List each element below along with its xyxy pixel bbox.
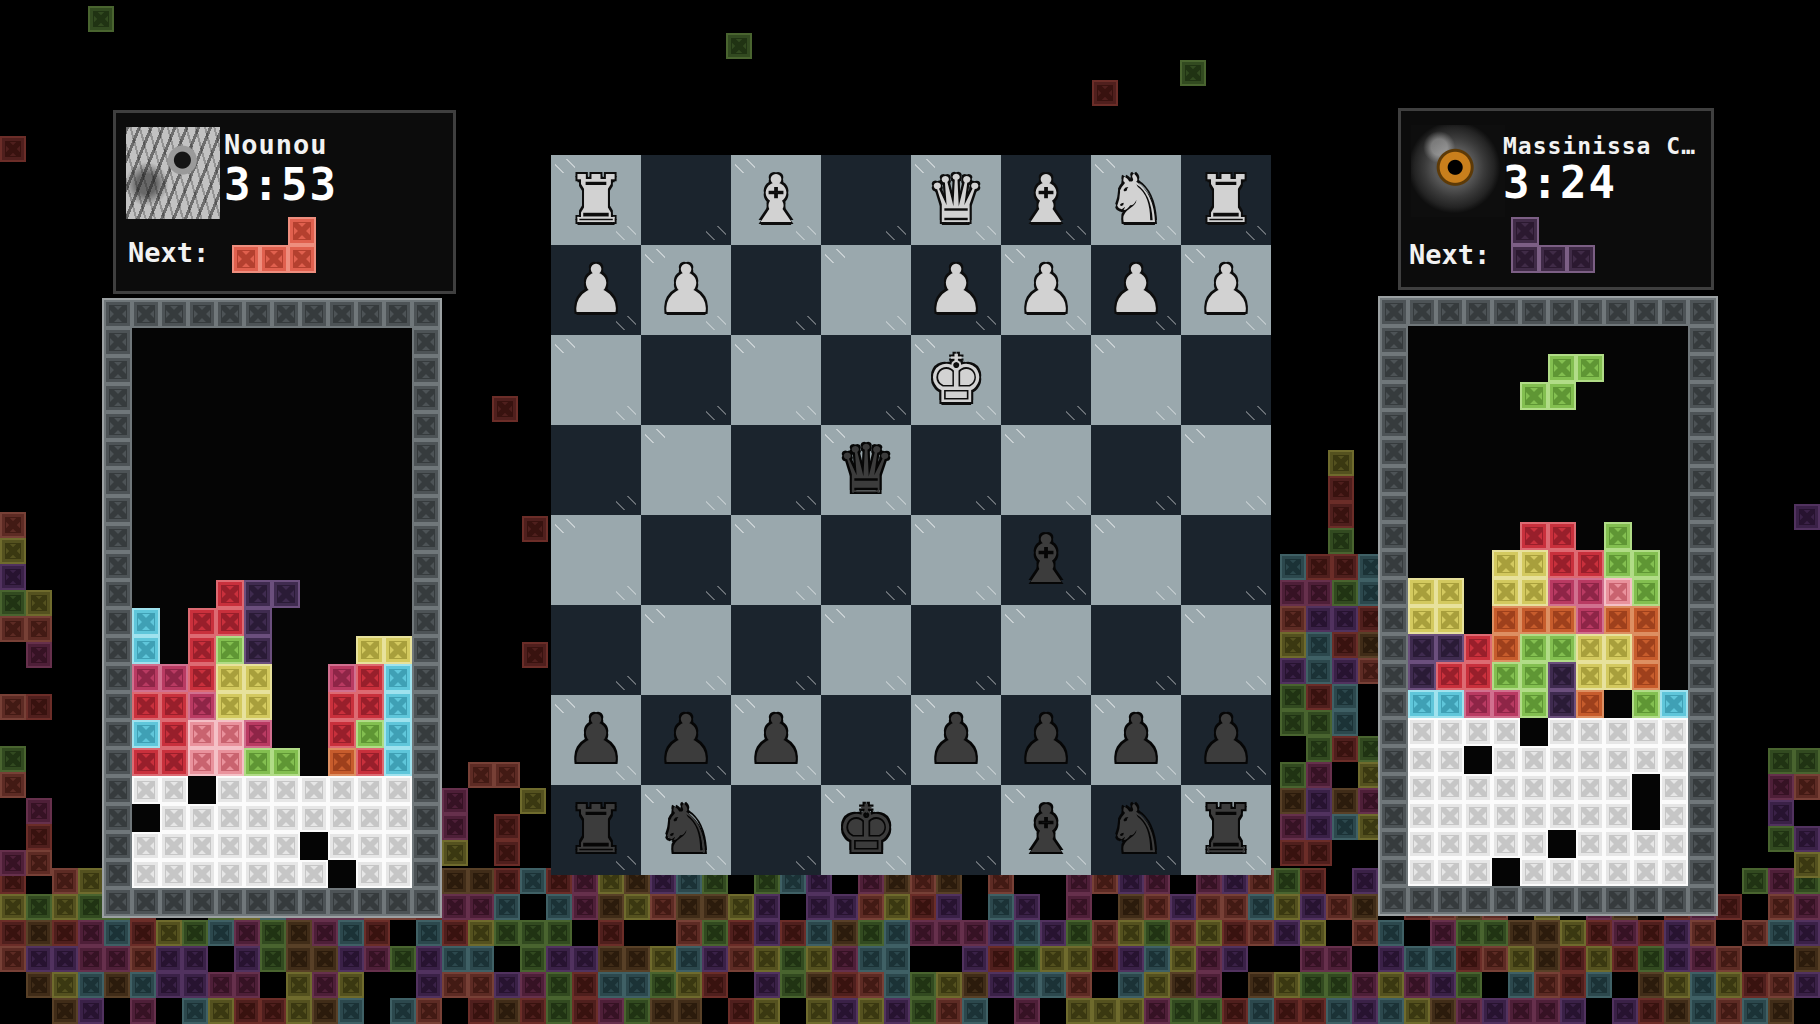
- debris-block: [806, 946, 832, 972]
- debris-block: [1332, 788, 1358, 814]
- tetris-block: [1436, 634, 1464, 662]
- chess-square[interactable]: [1091, 605, 1181, 695]
- chess-square[interactable]: ♟: [1001, 245, 1091, 335]
- chess-square[interactable]: [1181, 425, 1271, 515]
- tetris-block: [1576, 774, 1604, 802]
- tetris-block: [1604, 662, 1632, 690]
- chess-square[interactable]: [551, 425, 641, 515]
- field-border-block: [1380, 634, 1408, 662]
- chess-piece-white-r[interactable]: ♜: [551, 155, 641, 245]
- tetris-block: [1408, 830, 1436, 858]
- chess-square[interactable]: [731, 515, 821, 605]
- chess-piece-white-p[interactable]: ♟: [551, 245, 641, 335]
- debris-block: [1066, 920, 1092, 946]
- chess-piece-black-b[interactable]: ♝: [1001, 515, 1091, 605]
- debris-block: [1144, 894, 1170, 920]
- debris-block: [364, 920, 390, 946]
- tetris-block: [1464, 634, 1492, 662]
- field-border-block: [412, 608, 440, 636]
- tetris-block: [132, 748, 160, 776]
- chess-square[interactable]: [821, 515, 911, 605]
- chess-piece-black-p[interactable]: ♟: [1091, 695, 1181, 785]
- tetris-block: [356, 664, 384, 692]
- debris-block: [676, 920, 702, 946]
- chess-piece-white-n[interactable]: ♞: [1091, 155, 1181, 245]
- debris-block: [754, 972, 780, 998]
- debris-block: [598, 946, 624, 972]
- tetris-block: [216, 580, 244, 608]
- tetris-block: [1604, 830, 1632, 858]
- chess-square[interactable]: ♜: [551, 155, 641, 245]
- field-border-block: [1408, 298, 1436, 326]
- chess-square[interactable]: ♜: [1181, 785, 1271, 875]
- debris-block: [520, 788, 546, 814]
- debris-block: [1508, 946, 1534, 972]
- field-border-block: [1688, 354, 1716, 382]
- tetris-block: [160, 664, 188, 692]
- debris-block: [1300, 946, 1326, 972]
- chess-square[interactable]: ♜: [551, 785, 641, 875]
- debris-block: [468, 762, 494, 788]
- chess-square[interactable]: [641, 425, 731, 515]
- debris-block: [1690, 972, 1716, 998]
- field-border-block: [1688, 550, 1716, 578]
- chess-square[interactable]: ♛: [911, 155, 1001, 245]
- debris-block: [78, 894, 104, 920]
- chess-square[interactable]: ♟: [1181, 695, 1271, 785]
- tetris-block: [1604, 802, 1632, 830]
- tetris-block: [1520, 606, 1548, 634]
- debris-block: [1196, 972, 1222, 998]
- debris-block: [130, 946, 156, 972]
- next-piece-block: [232, 245, 260, 273]
- debris-block: [546, 894, 572, 920]
- next-piece-block: [1511, 245, 1539, 273]
- debris-block: [312, 972, 338, 998]
- chess-piece-black-q[interactable]: ♛: [821, 425, 911, 515]
- chess-square[interactable]: [1091, 335, 1181, 425]
- debris-block: [234, 920, 260, 946]
- tetris-block: [300, 804, 328, 832]
- field-border-block: [244, 300, 272, 328]
- chess-square[interactable]: [911, 785, 1001, 875]
- chess-piece-black-b[interactable]: ♝: [1001, 785, 1091, 875]
- field-border-block: [1464, 298, 1492, 326]
- debris-block: [1430, 972, 1456, 998]
- debris-block: [78, 920, 104, 946]
- falling-piece-block: [1548, 354, 1576, 382]
- debris-block: [1664, 998, 1690, 1024]
- chess-square[interactable]: [821, 605, 911, 695]
- field-border-block: [328, 300, 356, 328]
- debris-block: [0, 616, 26, 642]
- field-border-block: [1380, 578, 1408, 606]
- tetris-block: [1604, 746, 1632, 774]
- chess-square[interactable]: [731, 245, 821, 335]
- next-piece-block: [1511, 217, 1539, 245]
- debris-block: [780, 920, 806, 946]
- chess-square[interactable]: ♝: [1001, 515, 1091, 605]
- debris-block: [442, 788, 468, 814]
- field-border-block: [272, 300, 300, 328]
- chess-square[interactable]: ♟: [911, 695, 1001, 785]
- chess-piece-black-r[interactable]: ♜: [1181, 785, 1271, 875]
- debris-block: [1306, 814, 1332, 840]
- debris-block: [1664, 920, 1690, 946]
- field-border-block: [412, 832, 440, 860]
- debris-block: [1332, 632, 1358, 658]
- debris-block: [78, 998, 104, 1024]
- debris-block: [962, 920, 988, 946]
- chess-square[interactable]: ♟: [731, 695, 821, 785]
- chess-piece-white-p[interactable]: ♟: [641, 245, 731, 335]
- tetris-field-left[interactable]: [104, 300, 440, 916]
- tetris-field-right[interactable]: [1380, 298, 1716, 914]
- chess-piece-white-b[interactable]: ♝: [1001, 155, 1091, 245]
- chess-square[interactable]: ♞: [1091, 155, 1181, 245]
- debris-block: [1170, 894, 1196, 920]
- tetris-block: [1604, 634, 1632, 662]
- tetris-block: [160, 832, 188, 860]
- tetris-block: [132, 692, 160, 720]
- debris-block: [104, 972, 130, 998]
- tetris-block: [1548, 858, 1576, 886]
- tetris-block: [356, 720, 384, 748]
- chess-square[interactable]: [731, 335, 821, 425]
- chess-square[interactable]: [551, 335, 641, 425]
- chess-square[interactable]: [911, 425, 1001, 515]
- debris-block: [1404, 946, 1430, 972]
- debris-block: [1378, 972, 1404, 998]
- field-border-block: [132, 888, 160, 916]
- tetris-block: [1492, 830, 1520, 858]
- chess-piece-black-p[interactable]: ♟: [1001, 695, 1091, 785]
- debris-block: [676, 972, 702, 998]
- tetris-block: [1436, 774, 1464, 802]
- field-border-block: [300, 888, 328, 916]
- tetris-block: [1464, 690, 1492, 718]
- chess-square[interactable]: ♞: [641, 785, 731, 875]
- debris-block: [1768, 972, 1794, 998]
- chess-square[interactable]: ♟: [641, 245, 731, 335]
- debris-block: [468, 920, 494, 946]
- debris-block: [1768, 998, 1794, 1024]
- debris-block: [52, 972, 78, 998]
- debris-block: [988, 946, 1014, 972]
- chess-square[interactable]: ♚: [911, 335, 1001, 425]
- field-border-block: [1436, 886, 1464, 914]
- tetris-block: [1520, 522, 1548, 550]
- chess-square[interactable]: ♞: [1091, 785, 1181, 875]
- debris-block: [1586, 972, 1612, 998]
- debris-block: [26, 920, 52, 946]
- debris-block: [26, 824, 52, 850]
- chess-square[interactable]: ♝: [1001, 785, 1091, 875]
- chess-piece-white-p[interactable]: ♟: [1181, 245, 1271, 335]
- tetris-block: [1436, 578, 1464, 606]
- tetris-block: [1492, 550, 1520, 578]
- chess-square[interactable]: ♟: [1181, 245, 1271, 335]
- debris-block: [522, 642, 548, 668]
- debris-block: [494, 814, 520, 840]
- field-border-block: [104, 440, 132, 468]
- debris-block: [806, 894, 832, 920]
- chess-square[interactable]: [1091, 515, 1181, 605]
- debris-block: [1482, 920, 1508, 946]
- debris-block: [1300, 868, 1326, 894]
- debris-block: [936, 920, 962, 946]
- chess-square[interactable]: [551, 605, 641, 695]
- chess-square[interactable]: ♛: [821, 425, 911, 515]
- debris-block: [1560, 946, 1586, 972]
- debris-block: [1716, 998, 1742, 1024]
- debris-block: [0, 772, 26, 798]
- debris-block: [1328, 502, 1354, 528]
- debris-block: [494, 868, 520, 894]
- field-border-block: [412, 776, 440, 804]
- debris-block: [910, 998, 936, 1024]
- field-border-block: [104, 636, 132, 664]
- field-border-block: [104, 832, 132, 860]
- tetris-block: [1604, 522, 1632, 550]
- chess-square[interactable]: ♟: [1091, 245, 1181, 335]
- debris-block: [1092, 80, 1118, 106]
- field-border-block: [300, 300, 328, 328]
- chess-square[interactable]: ♟: [641, 695, 731, 785]
- debris-block: [884, 946, 910, 972]
- chess-square[interactable]: [1181, 515, 1271, 605]
- chess-square[interactable]: [641, 155, 731, 245]
- chess-piece-black-p[interactable]: ♟: [641, 695, 731, 785]
- debris-block: [1014, 920, 1040, 946]
- debris-block: [0, 894, 26, 920]
- field-border-block: [216, 300, 244, 328]
- tetris-block: [1604, 718, 1632, 746]
- debris-block: [0, 564, 26, 590]
- debris-block: [1332, 554, 1358, 580]
- debris-block: [520, 868, 546, 894]
- chess-square[interactable]: ♚: [821, 785, 911, 875]
- chess-square[interactable]: [821, 695, 911, 785]
- debris-block: [1280, 632, 1306, 658]
- debris-block: [182, 998, 208, 1024]
- tetris-block: [188, 664, 216, 692]
- debris-block: [1280, 814, 1306, 840]
- tetris-block: [1520, 802, 1548, 830]
- field-border-block: [412, 664, 440, 692]
- debris-block: [1612, 920, 1638, 946]
- tetris-block: [1604, 858, 1632, 886]
- field-border-block: [1604, 886, 1632, 914]
- debris-block: [1170, 920, 1196, 946]
- tetris-block: [244, 580, 272, 608]
- tetris-block: [1436, 830, 1464, 858]
- tetris-block: [1408, 690, 1436, 718]
- debris-block: [1716, 972, 1742, 998]
- field-border-block: [104, 552, 132, 580]
- chess-square[interactable]: ♟: [911, 245, 1001, 335]
- chess-square[interactable]: ♟: [551, 695, 641, 785]
- tetris-block: [244, 832, 272, 860]
- debris-block: [650, 972, 676, 998]
- debris-block: [1306, 580, 1332, 606]
- chess-square[interactable]: [911, 515, 1001, 605]
- tetris-block: [1576, 550, 1604, 578]
- chess-board[interactable]: ♜♝♛♝♞♜♟♟♟♟♟♟♚♛♝♟♟♟♟♟♟♟♜♞♚♝♞♜: [551, 155, 1271, 875]
- tetris-block: [1576, 830, 1604, 858]
- field-border-block: [412, 692, 440, 720]
- chess-piece-black-p[interactable]: ♟: [1181, 695, 1271, 785]
- chess-square[interactable]: [731, 605, 821, 695]
- chess-square[interactable]: ♟: [1091, 695, 1181, 785]
- debris-block: [910, 920, 936, 946]
- debris-block: [1534, 972, 1560, 998]
- chess-square[interactable]: [1001, 425, 1091, 515]
- field-border-block: [356, 300, 384, 328]
- field-border-block: [1688, 606, 1716, 634]
- debris-block: [1118, 972, 1144, 998]
- chess-square[interactable]: [821, 245, 911, 335]
- chess-square[interactable]: ♜: [1181, 155, 1271, 245]
- chess-square[interactable]: ♝: [1001, 155, 1091, 245]
- debris-block: [702, 946, 728, 972]
- debris-block: [1378, 920, 1404, 946]
- chess-piece-white-p[interactable]: ♟: [1091, 245, 1181, 335]
- chess-piece-black-p[interactable]: ♟: [911, 695, 1001, 785]
- chess-square[interactable]: [821, 335, 911, 425]
- field-border-block: [188, 888, 216, 916]
- debris-block: [468, 868, 494, 894]
- debris-block: [884, 894, 910, 920]
- field-border-block: [1688, 746, 1716, 774]
- tetris-block: [1632, 578, 1660, 606]
- chess-square[interactable]: [1001, 605, 1091, 695]
- field-border-block: [1688, 438, 1716, 466]
- tetris-block: [1548, 746, 1576, 774]
- field-border-block: [1660, 886, 1688, 914]
- debris-block: [1306, 762, 1332, 788]
- chess-square[interactable]: [731, 425, 821, 515]
- chess-square[interactable]: [641, 335, 731, 425]
- chess-square[interactable]: [1181, 605, 1271, 695]
- debris-block: [1092, 946, 1118, 972]
- tetris-block: [1436, 718, 1464, 746]
- chess-square[interactable]: [551, 515, 641, 605]
- debris-block: [728, 920, 754, 946]
- field-border-block: [104, 776, 132, 804]
- field-border-block: [1688, 690, 1716, 718]
- debris-block: [52, 998, 78, 1024]
- debris-block: [234, 972, 260, 998]
- tetris-block: [188, 832, 216, 860]
- chess-square[interactable]: [641, 515, 731, 605]
- chess-piece-black-p[interactable]: ♟: [731, 695, 821, 785]
- falling-piece-block: [1520, 382, 1548, 410]
- chess-piece-white-p[interactable]: ♟: [911, 245, 1001, 335]
- debris-block: [1534, 920, 1560, 946]
- field-border-block: [1688, 410, 1716, 438]
- tetris-block: [160, 720, 188, 748]
- chess-piece-black-k[interactable]: ♚: [821, 785, 911, 875]
- chess-piece-white-p[interactable]: ♟: [1001, 245, 1091, 335]
- chess-piece-black-p[interactable]: ♟: [551, 695, 641, 785]
- tetris-block: [356, 832, 384, 860]
- debris-block: [0, 746, 26, 772]
- debris-block: [0, 850, 26, 876]
- chess-square[interactable]: [641, 605, 731, 695]
- debris-block: [26, 694, 52, 720]
- debris-block: [1066, 972, 1092, 998]
- field-border-block: [1380, 718, 1408, 746]
- field-border-block: [1380, 410, 1408, 438]
- tetris-block: [1408, 606, 1436, 634]
- chess-piece-black-n[interactable]: ♞: [1091, 785, 1181, 875]
- chess-square[interactable]: [731, 785, 821, 875]
- tetris-block: [188, 636, 216, 664]
- debris-block: [884, 920, 910, 946]
- tetris-block: [160, 748, 188, 776]
- chess-square[interactable]: [1091, 425, 1181, 515]
- debris-block: [1352, 894, 1378, 920]
- chess-piece-white-q[interactable]: ♛: [911, 155, 1001, 245]
- chess-piece-white-r[interactable]: ♜: [1181, 155, 1271, 245]
- chess-square[interactable]: [911, 605, 1001, 695]
- debris-block: [78, 972, 104, 998]
- chess-square[interactable]: ♝: [731, 155, 821, 245]
- tetris-block: [272, 832, 300, 860]
- debris-block: [1690, 946, 1716, 972]
- debris-block: [988, 894, 1014, 920]
- tetris-block: [272, 748, 300, 776]
- debris-block: [26, 946, 52, 972]
- debris-block: [260, 946, 286, 972]
- debris-block: [1274, 998, 1300, 1024]
- avatar-right: [1411, 125, 1505, 217]
- debris-block: [910, 972, 936, 998]
- chess-piece-white-k[interactable]: ♚: [911, 335, 1001, 425]
- debris-block: [702, 894, 728, 920]
- debris-block: [104, 920, 130, 946]
- tetris-block: [328, 748, 356, 776]
- chess-square[interactable]: ♟: [1001, 695, 1091, 785]
- tetris-block: [328, 776, 356, 804]
- tetris-block: [384, 860, 412, 888]
- tetris-block: [1604, 606, 1632, 634]
- chess-square[interactable]: [1181, 335, 1271, 425]
- debris-block: [26, 642, 52, 668]
- debris-block: [1508, 998, 1534, 1024]
- tetris-block: [1548, 662, 1576, 690]
- field-border-block: [1548, 298, 1576, 326]
- chess-square[interactable]: [821, 155, 911, 245]
- debris-block: [1196, 946, 1222, 972]
- debris-block: [1456, 920, 1482, 946]
- tetris-block: [188, 608, 216, 636]
- field-border-block: [1380, 522, 1408, 550]
- debris-block: [1118, 894, 1144, 920]
- chess-square[interactable]: [1001, 335, 1091, 425]
- field-border-block: [104, 496, 132, 524]
- tetris-block: [216, 804, 244, 832]
- field-border-block: [412, 860, 440, 888]
- chess-square[interactable]: ♟: [551, 245, 641, 335]
- chess-piece-white-b[interactable]: ♝: [731, 155, 821, 245]
- debris-block: [1352, 972, 1378, 998]
- tetris-block: [244, 692, 272, 720]
- tetris-block: [1520, 774, 1548, 802]
- chess-piece-black-r[interactable]: ♜: [551, 785, 641, 875]
- chess-piece-black-n[interactable]: ♞: [641, 785, 731, 875]
